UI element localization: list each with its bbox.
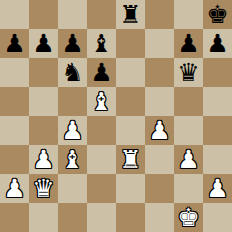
square-e2[interactable] [116,174,145,203]
square-e4[interactable] [116,116,145,145]
square-b3[interactable]: ♟ [29,145,58,174]
black-queen-icon[interactable]: ♛ [174,58,203,87]
white-pawn-icon[interactable]: ♟ [203,174,232,203]
black-knight-icon[interactable]: ♞ [58,58,87,87]
square-b4[interactable] [29,116,58,145]
square-h3[interactable] [203,145,232,174]
chess-board-wrap: ♜♚♟♟♟♝♟♟♞♟♛♝♟♟♟♝♜♟♟♛♟♚ [0,0,232,232]
square-c1[interactable] [58,203,87,232]
square-g3[interactable]: ♟ [174,145,203,174]
square-a5[interactable] [0,87,29,116]
square-c8[interactable] [58,0,87,29]
square-e6[interactable] [116,58,145,87]
white-king-icon[interactable]: ♚ [174,203,203,232]
square-f7[interactable] [145,29,174,58]
square-d4[interactable] [87,116,116,145]
black-bishop-icon[interactable]: ♝ [87,29,116,58]
square-a2[interactable]: ♟ [0,174,29,203]
square-h6[interactable] [203,58,232,87]
square-d3[interactable] [87,145,116,174]
square-c5[interactable] [58,87,87,116]
square-b7[interactable]: ♟ [29,29,58,58]
white-queen-icon[interactable]: ♛ [29,174,58,203]
square-b1[interactable] [29,203,58,232]
square-b6[interactable] [29,58,58,87]
square-c3[interactable]: ♝ [58,145,87,174]
white-pawn-icon[interactable]: ♟ [58,116,87,145]
square-d1[interactable] [87,203,116,232]
square-f2[interactable] [145,174,174,203]
white-pawn-icon[interactable]: ♟ [174,145,203,174]
square-h5[interactable] [203,87,232,116]
square-a3[interactable] [0,145,29,174]
square-b8[interactable] [29,0,58,29]
square-f6[interactable] [145,58,174,87]
square-h4[interactable] [203,116,232,145]
square-f5[interactable] [145,87,174,116]
black-pawn-icon[interactable]: ♟ [0,29,29,58]
square-g1[interactable]: ♚ [174,203,203,232]
square-e1[interactable] [116,203,145,232]
white-pawn-icon[interactable]: ♟ [0,174,29,203]
square-a1[interactable] [0,203,29,232]
square-b2[interactable]: ♛ [29,174,58,203]
square-d6[interactable]: ♟ [87,58,116,87]
square-e3[interactable]: ♜ [116,145,145,174]
square-c7[interactable]: ♟ [58,29,87,58]
square-c2[interactable] [58,174,87,203]
black-rook-icon[interactable]: ♜ [116,0,145,29]
white-bishop-icon[interactable]: ♝ [58,145,87,174]
black-pawn-icon[interactable]: ♟ [203,29,232,58]
square-h2[interactable]: ♟ [203,174,232,203]
black-pawn-icon[interactable]: ♟ [58,29,87,58]
black-pawn-icon[interactable]: ♟ [87,58,116,87]
square-c4[interactable]: ♟ [58,116,87,145]
square-d8[interactable] [87,0,116,29]
square-f3[interactable] [145,145,174,174]
square-e5[interactable] [116,87,145,116]
square-a8[interactable] [0,0,29,29]
square-h7[interactable]: ♟ [203,29,232,58]
square-f1[interactable] [145,203,174,232]
white-rook-icon[interactable]: ♜ [116,145,145,174]
white-pawn-icon[interactable]: ♟ [145,116,174,145]
square-d7[interactable]: ♝ [87,29,116,58]
square-g7[interactable]: ♟ [174,29,203,58]
square-g5[interactable] [174,87,203,116]
square-a4[interactable] [0,116,29,145]
square-g6[interactable]: ♛ [174,58,203,87]
square-d5[interactable]: ♝ [87,87,116,116]
square-d2[interactable] [87,174,116,203]
square-e7[interactable] [116,29,145,58]
square-b5[interactable] [29,87,58,116]
square-a6[interactable] [0,58,29,87]
black-pawn-icon[interactable]: ♟ [29,29,58,58]
square-g8[interactable] [174,0,203,29]
square-h8[interactable]: ♚ [203,0,232,29]
square-g2[interactable] [174,174,203,203]
square-f4[interactable]: ♟ [145,116,174,145]
black-pawn-icon[interactable]: ♟ [174,29,203,58]
white-pawn-icon[interactable]: ♟ [29,145,58,174]
square-a7[interactable]: ♟ [0,29,29,58]
square-g4[interactable] [174,116,203,145]
square-h1[interactable] [203,203,232,232]
black-king-icon[interactable]: ♚ [203,0,232,29]
white-bishop-icon[interactable]: ♝ [87,87,116,116]
chess-board: ♜♚♟♟♟♝♟♟♞♟♛♝♟♟♟♝♜♟♟♛♟♚ [0,0,232,232]
square-c6[interactable]: ♞ [58,58,87,87]
square-e8[interactable]: ♜ [116,0,145,29]
square-f8[interactable] [145,0,174,29]
